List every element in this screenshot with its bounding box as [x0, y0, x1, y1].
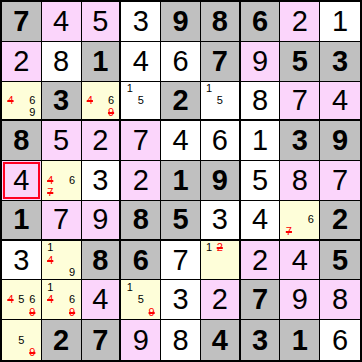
candidate-6: 6 [106, 94, 117, 106]
candidate-6: 6 [27, 294, 38, 306]
solved-digit: 3 [212, 205, 228, 234]
pencil-marks: 469 [82, 82, 120, 120]
cell-r8c5[interactable]: 3 [161, 280, 201, 320]
solved-digit: 8 [332, 285, 348, 314]
cell-r7c6[interactable]: 12 [201, 241, 241, 281]
solved-digit: 2 [133, 166, 149, 195]
cell-r6c5[interactable]: 5 [161, 201, 201, 241]
candidate-eliminated-4: 4 [45, 174, 56, 186]
solved-digit: 4 [292, 246, 308, 275]
pencil-marks: 59 [2, 320, 41, 360]
cell-r1c2[interactable]: 4 [42, 2, 82, 42]
cell-r8c9[interactable]: 8 [320, 280, 360, 320]
cell-r3c1[interactable]: 469 [2, 82, 42, 122]
solved-digit: 4 [92, 285, 108, 314]
candidate-6: 6 [67, 294, 78, 306]
given-digit: 7 [212, 47, 228, 76]
cell-r3c6[interactable]: 15 [201, 82, 241, 122]
given-digit: 2 [53, 326, 69, 355]
candidate-eliminated-9: 9 [146, 306, 157, 318]
cell-r4c9[interactable]: 9 [320, 121, 360, 161]
candidate-5: 5 [135, 294, 146, 306]
cell-r7c9[interactable]: 5 [320, 241, 360, 281]
cell-r3c5[interactable]: 2 [161, 82, 201, 122]
solved-digit: 4 [13, 166, 29, 195]
given-digit: 7 [92, 326, 108, 355]
cell-r7c3[interactable]: 8 [82, 241, 122, 281]
cell-r4c2[interactable]: 5 [42, 121, 82, 161]
candidate-6: 6 [27, 94, 38, 106]
cell-r3c8[interactable]: 7 [280, 82, 320, 122]
solved-digit: 2 [292, 7, 308, 36]
solved-digit: 7 [53, 205, 69, 234]
given-digit: 1 [172, 166, 188, 195]
solved-digit: 7 [332, 166, 348, 195]
given-digit: 1 [292, 326, 308, 355]
solved-digit: 2 [252, 246, 268, 275]
solved-digit: 9 [252, 47, 268, 76]
cell-r8c4[interactable]: 159 [121, 280, 161, 320]
candidate-1: 1 [124, 281, 135, 293]
pencil-marks: 12 [201, 241, 239, 280]
cell-r4c6[interactable]: 6 [201, 121, 241, 161]
given-digit: 6 [133, 246, 149, 275]
cell-r9c4[interactable]: 9 [121, 320, 161, 360]
cell-r4c1[interactable]: 8 [2, 121, 42, 161]
given-digit: 2 [172, 86, 188, 115]
given-digit: 1 [92, 47, 108, 76]
cell-r3c3[interactable]: 469 [82, 82, 122, 122]
cell-r3c9[interactable]: 4 [320, 82, 360, 122]
solved-digit: 5 [92, 7, 108, 36]
cell-r7c4[interactable]: 6 [121, 241, 161, 281]
cell-r9c8[interactable]: 1 [280, 320, 320, 360]
candidate-5: 5 [16, 294, 27, 306]
cell-r1c3[interactable]: 5 [82, 2, 122, 42]
given-digit: 8 [212, 7, 228, 36]
solved-digit: 2 [212, 285, 228, 314]
cell-r2c4[interactable]: 4 [121, 42, 161, 82]
solved-digit: 7 [133, 126, 149, 155]
solved-digit: 5 [252, 166, 268, 195]
candidate-5: 5 [135, 94, 146, 106]
solved-digit: 3 [133, 7, 149, 36]
cell-r9c3[interactable]: 7 [82, 320, 122, 360]
cell-r2c1[interactable]: 2 [2, 42, 42, 82]
cell-r9c6[interactable]: 4 [201, 320, 241, 360]
cell-r5c6[interactable]: 9 [201, 161, 241, 201]
solved-digit: 3 [92, 166, 108, 195]
cell-r3c4[interactable]: 15 [121, 82, 161, 122]
cell-r4c3[interactable]: 2 [82, 121, 122, 161]
cell-r3c2[interactable]: 3 [42, 82, 82, 122]
cell-r7c2[interactable]: 149 [42, 241, 82, 281]
given-digit: 2 [332, 205, 348, 234]
solved-digit: 4 [252, 205, 268, 234]
cell-r7c8[interactable]: 4 [280, 241, 320, 281]
candidate-9: 9 [27, 106, 38, 118]
cell-r1c9[interactable]: 1 [320, 2, 360, 42]
cell-r9c9[interactable]: 6 [320, 320, 360, 360]
candidate-eliminated-9: 9 [106, 106, 117, 118]
solved-digit: 4 [172, 126, 188, 155]
cell-r9c1[interactable]: 59 [2, 320, 42, 360]
given-digit: 8 [92, 246, 108, 275]
pencil-marks: 469 [2, 82, 41, 120]
solved-digit: 4 [133, 47, 149, 76]
cell-r6c2[interactable]: 7 [42, 201, 82, 241]
candidate-6: 6 [305, 214, 316, 226]
cell-r6c4[interactable]: 8 [121, 201, 161, 241]
cell-r7c1[interactable]: 3 [2, 241, 42, 281]
given-digit: 8 [133, 205, 149, 234]
given-digit: 3 [332, 47, 348, 76]
given-digit: 9 [212, 166, 228, 195]
candidate-eliminated-7: 7 [283, 226, 294, 238]
cell-r1c5[interactable]: 9 [161, 2, 201, 42]
cell-r5c5[interactable]: 1 [161, 161, 201, 201]
candidate-1: 1 [45, 242, 56, 254]
cell-r2c9[interactable]: 3 [320, 42, 360, 82]
solved-digit: 4 [53, 7, 69, 36]
cell-r2c6[interactable]: 7 [201, 42, 241, 82]
solved-digit: 9 [292, 285, 308, 314]
solved-digit: 1 [252, 126, 268, 155]
cell-r3c7[interactable]: 8 [241, 82, 281, 122]
cell-r5c2[interactable]: 467 [42, 161, 82, 201]
candidate-eliminated-2: 2 [214, 242, 225, 254]
cell-r8c3[interactable]: 4 [82, 280, 122, 320]
cell-r8c6[interactable]: 2 [201, 280, 241, 320]
cell-r9c7[interactable]: 3 [241, 320, 281, 360]
cell-r4c8[interactable]: 3 [280, 121, 320, 161]
solved-digit: 2 [92, 126, 108, 155]
cell-r5c8[interactable]: 8 [280, 161, 320, 201]
pencil-marks: 149 [42, 241, 81, 280]
given-digit: 9 [332, 126, 348, 155]
given-digit: 3 [53, 86, 69, 115]
given-digit: 7 [252, 285, 268, 314]
pencil-marks: 15 [201, 82, 239, 120]
cell-r6c1[interactable]: 1 [2, 201, 42, 241]
cell-r8c7[interactable]: 7 [241, 280, 281, 320]
cell-r4c7[interactable]: 1 [241, 121, 281, 161]
pencil-marks: 1469 [42, 280, 81, 319]
candidate-eliminated-4: 4 [85, 94, 96, 106]
solved-digit: 3 [172, 285, 188, 314]
candidate-1: 1 [124, 83, 135, 95]
cell-r8c8[interactable]: 9 [280, 280, 320, 320]
pencil-marks: 4569 [2, 280, 41, 319]
cell-r1c7[interactable]: 6 [241, 2, 281, 42]
solved-digit: 8 [53, 47, 69, 76]
solved-digit: 1 [332, 7, 348, 36]
candidate-eliminated-9: 9 [27, 306, 38, 318]
solved-digit: 6 [332, 326, 348, 355]
cell-r2c5[interactable]: 6 [161, 42, 201, 82]
solved-digit: 2 [13, 47, 29, 76]
candidate-5: 5 [16, 334, 27, 347]
cell-r5c7[interactable]: 5 [241, 161, 281, 201]
candidate-eliminated-4: 4 [5, 94, 16, 106]
cell-r2c7[interactable]: 9 [241, 42, 281, 82]
given-digit: 3 [292, 126, 308, 155]
cell-r8c2[interactable]: 1469 [42, 280, 82, 320]
candidate-eliminated-9: 9 [27, 346, 38, 359]
cell-r5c3[interactable]: 3 [82, 161, 122, 201]
cell-r1c4[interactable]: 3 [121, 2, 161, 42]
cell-r6c7[interactable]: 4 [241, 201, 281, 241]
cell-r4c4[interactable]: 7 [121, 121, 161, 161]
given-digit: 1 [13, 205, 29, 234]
given-digit: 3 [252, 326, 268, 355]
candidate-1: 1 [204, 83, 215, 95]
cell-r6c8[interactable]: 67 [280, 201, 320, 241]
cell-r6c9[interactable]: 2 [320, 201, 360, 241]
cell-r4c5[interactable]: 4 [161, 121, 201, 161]
solved-digit: 3 [13, 246, 29, 275]
cell-r1c8[interactable]: 2 [280, 2, 320, 42]
candidate-eliminated-9: 9 [67, 306, 78, 318]
sudoku-board: 7453986212814679534693469152158748527461… [0, 0, 362, 362]
given-digit: 5 [332, 246, 348, 275]
candidate-eliminated-4: 4 [5, 294, 16, 306]
solved-digit: 5 [53, 126, 69, 155]
cell-r9c5[interactable]: 8 [161, 320, 201, 360]
given-digit: 7 [13, 7, 29, 36]
given-digit: 5 [292, 47, 308, 76]
solved-digit: 7 [292, 86, 308, 115]
pencil-marks: 467 [42, 161, 81, 200]
candidate-1: 1 [204, 242, 215, 254]
given-digit: 8 [13, 126, 29, 155]
solved-digit: 8 [172, 326, 188, 355]
solved-digit: 8 [292, 166, 308, 195]
candidate-5: 5 [214, 94, 225, 106]
cell-r9c2[interactable]: 2 [42, 320, 82, 360]
candidate-eliminated-4: 4 [45, 254, 56, 266]
cell-r5c4[interactable]: 2 [121, 161, 161, 201]
cell-r1c1[interactable]: 7 [2, 2, 42, 42]
solved-digit: 4 [332, 86, 348, 115]
cell-r5c9[interactable]: 7 [320, 161, 360, 201]
cell-r7c7[interactable]: 2 [241, 241, 281, 281]
pencil-marks: 159 [121, 280, 160, 319]
pencil-marks: 67 [280, 201, 319, 239]
candidate-eliminated-7: 7 [45, 187, 56, 199]
cell-r6c6[interactable]: 3 [201, 201, 241, 241]
given-digit: 9 [172, 7, 188, 36]
candidate-6: 6 [67, 174, 78, 186]
cell-r1c6[interactable]: 8 [201, 2, 241, 42]
cell-r2c8[interactable]: 5 [280, 42, 320, 82]
cell-r2c2[interactable]: 8 [42, 42, 82, 82]
cell-r2c3[interactable]: 1 [82, 42, 122, 82]
candidate-9: 9 [67, 266, 78, 278]
solved-digit: 9 [133, 326, 149, 355]
cell-r5c1[interactable]: 4 [2, 161, 42, 201]
solved-digit: 8 [252, 86, 268, 115]
candidate-eliminated-4: 4 [45, 294, 56, 306]
solved-digit: 6 [212, 126, 228, 155]
given-digit: 6 [252, 7, 268, 36]
candidate-1: 1 [45, 281, 56, 293]
solved-digit: 9 [92, 205, 108, 234]
solved-digit: 6 [172, 47, 188, 76]
cell-r8c1[interactable]: 4569 [2, 280, 42, 320]
given-digit: 4 [212, 326, 228, 355]
solved-digit: 7 [172, 246, 188, 275]
cell-r6c3[interactable]: 9 [82, 201, 122, 241]
given-digit: 5 [172, 205, 188, 234]
cell-r7c5[interactable]: 7 [161, 241, 201, 281]
pencil-marks: 15 [121, 82, 160, 120]
